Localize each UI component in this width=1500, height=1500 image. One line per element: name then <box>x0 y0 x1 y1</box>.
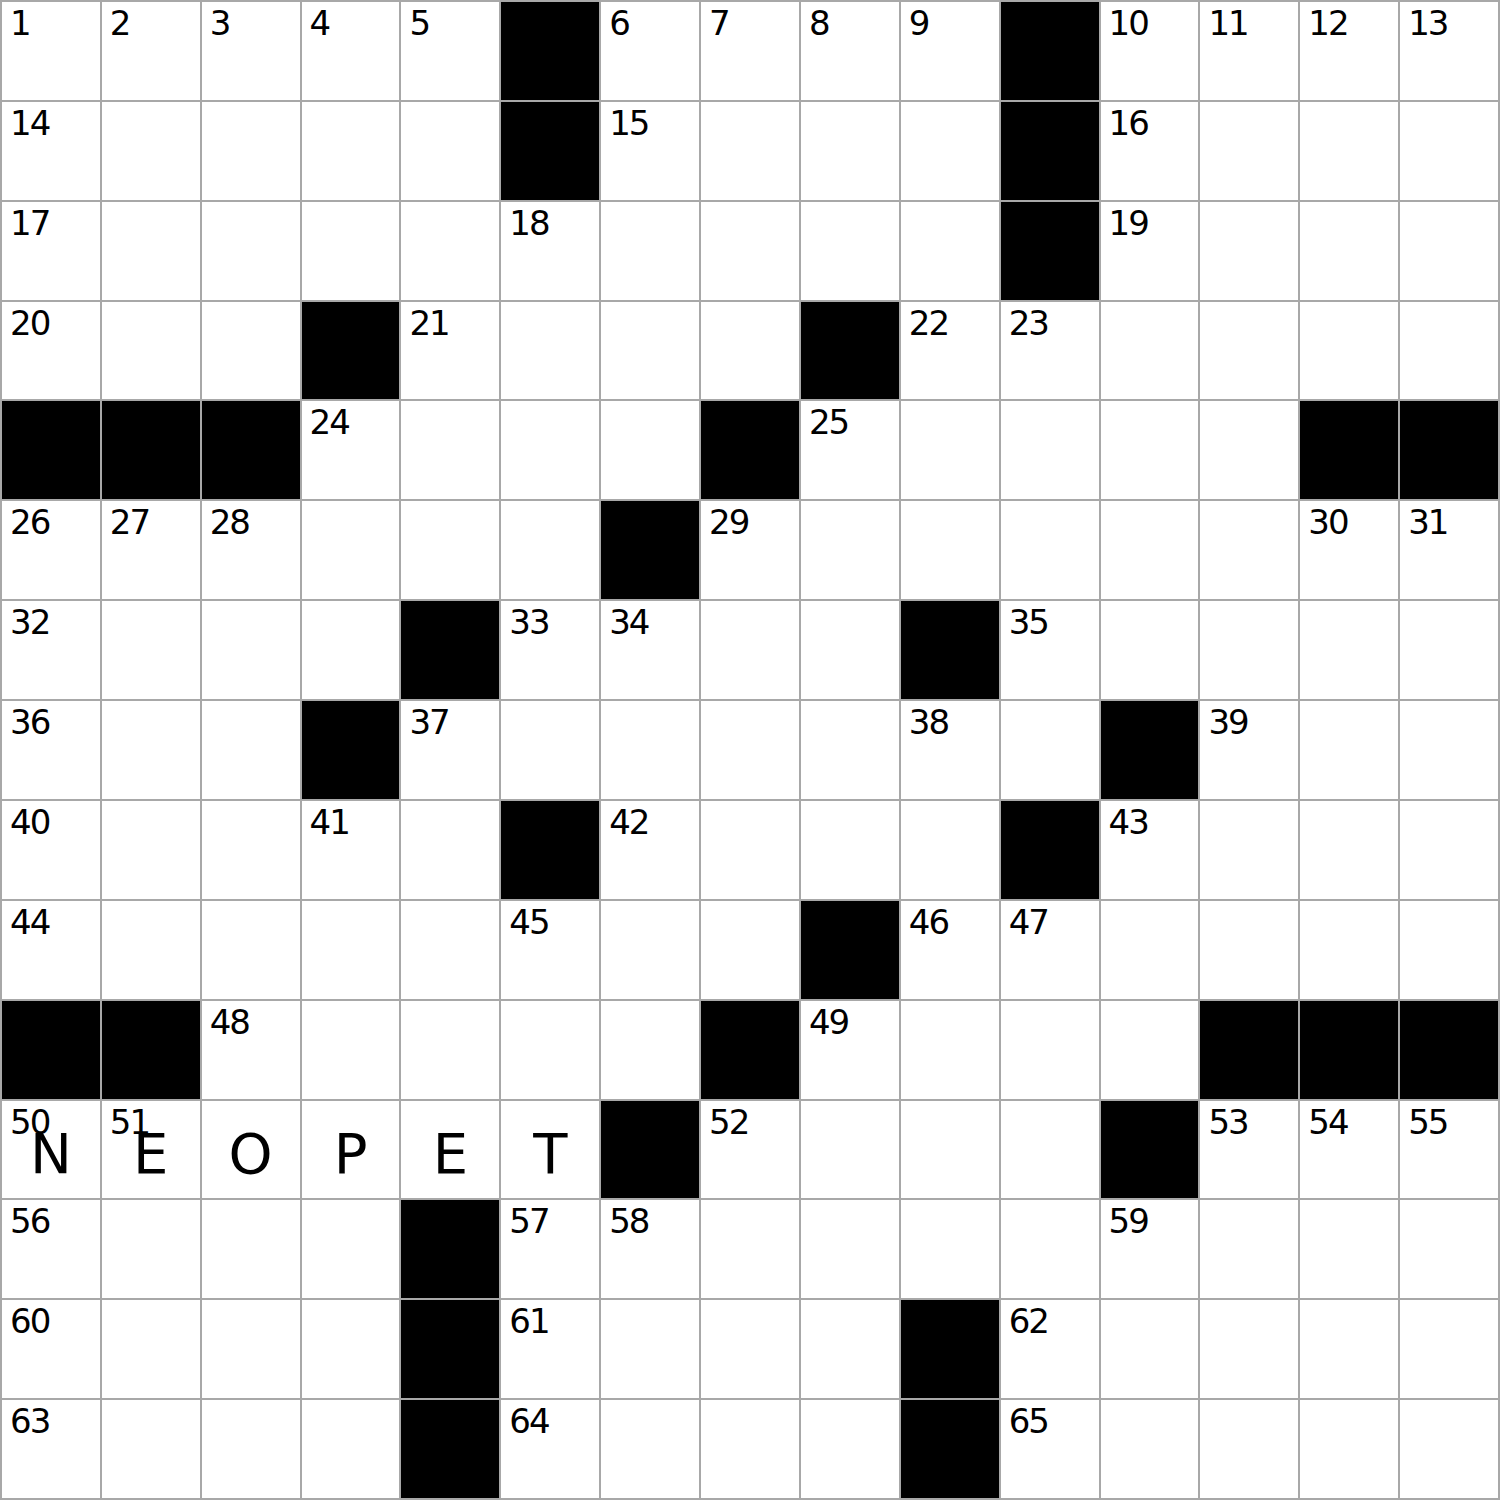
black-cell <box>901 601 999 699</box>
white-cell[interactable]: 40 <box>2 801 100 899</box>
white-cell[interactable]: 9 <box>901 2 999 100</box>
cell-letter: N <box>2 1101 100 1199</box>
white-cell[interactable] <box>1300 901 1398 999</box>
clue-number: 58 <box>609 1203 648 1240</box>
clue-number: 31 <box>1408 504 1447 541</box>
white-cell[interactable] <box>202 102 300 200</box>
black-cell <box>801 302 899 400</box>
white-cell[interactable] <box>601 701 699 799</box>
white-cell[interactable] <box>701 601 799 699</box>
black-cell <box>2 401 100 499</box>
clue-number: 28 <box>210 504 249 541</box>
white-cell[interactable] <box>401 202 499 300</box>
white-cell[interactable] <box>701 302 799 400</box>
clue-number: 17 <box>10 205 49 242</box>
clue-number: 48 <box>210 1004 249 1041</box>
clue-number: 40 <box>10 804 49 841</box>
white-cell[interactable] <box>102 701 200 799</box>
clue-number: 30 <box>1308 504 1347 541</box>
black-cell <box>401 1300 499 1398</box>
white-cell[interactable] <box>1400 1300 1498 1398</box>
white-cell[interactable]: 23 <box>1001 302 1099 400</box>
white-cell[interactable] <box>1001 1101 1099 1199</box>
white-cell[interactable]: 41 <box>302 801 400 899</box>
white-cell[interactable] <box>401 801 499 899</box>
white-cell[interactable] <box>1300 102 1398 200</box>
white-cell[interactable] <box>701 1300 799 1398</box>
clue-number: 8 <box>809 5 829 42</box>
white-cell[interactable]: 33 <box>501 601 599 699</box>
black-cell <box>901 1300 999 1398</box>
white-cell[interactable]: 42 <box>601 801 699 899</box>
white-cell[interactable]: 15 <box>601 102 699 200</box>
white-cell[interactable]: 12 <box>1300 2 1398 100</box>
white-cell[interactable] <box>1200 102 1298 200</box>
clue-number: 24 <box>310 404 349 441</box>
white-cell[interactable]: 50N <box>2 1101 100 1199</box>
black-cell <box>601 1101 699 1199</box>
white-cell[interactable]: O <box>202 1101 300 1199</box>
black-cell <box>701 401 799 499</box>
clue-number: 27 <box>110 504 149 541</box>
white-cell[interactable]: 38 <box>901 701 999 799</box>
black-cell <box>1001 2 1099 100</box>
white-cell[interactable]: 52 <box>701 1101 799 1199</box>
white-cell[interactable]: 29 <box>701 501 799 599</box>
clue-number: 2 <box>110 5 130 42</box>
clue-number: 49 <box>809 1004 848 1041</box>
white-cell[interactable] <box>601 202 699 300</box>
white-cell[interactable] <box>1300 1400 1398 1498</box>
clue-number: 38 <box>909 704 948 741</box>
crossword-grid: 1234567891011121314151617181920212223242… <box>0 0 1500 1500</box>
clue-number: 20 <box>10 305 49 342</box>
white-cell[interactable] <box>601 401 699 499</box>
white-cell[interactable]: 8 <box>801 2 899 100</box>
cell-letter: T <box>501 1101 599 1199</box>
white-cell[interactable]: 24 <box>302 401 400 499</box>
clue-number: 46 <box>909 904 948 941</box>
white-cell[interactable]: 27 <box>102 501 200 599</box>
white-cell[interactable] <box>302 1400 400 1498</box>
white-cell[interactable] <box>102 1300 200 1398</box>
white-cell[interactable] <box>701 701 799 799</box>
black-cell <box>1101 1101 1199 1199</box>
white-cell[interactable] <box>102 601 200 699</box>
black-cell <box>801 901 899 999</box>
white-cell[interactable] <box>801 1200 899 1298</box>
cell-letter: E <box>102 1101 200 1199</box>
white-cell[interactable] <box>1400 601 1498 699</box>
white-cell[interactable] <box>801 601 899 699</box>
white-cell[interactable] <box>901 1001 999 1099</box>
black-cell <box>202 401 300 499</box>
clue-number: 34 <box>609 604 648 641</box>
white-cell[interactable]: 28 <box>202 501 300 599</box>
white-cell[interactable] <box>501 501 599 599</box>
white-cell[interactable] <box>901 1200 999 1298</box>
white-cell[interactable] <box>701 901 799 999</box>
white-cell[interactable] <box>601 1400 699 1498</box>
white-cell[interactable]: 65 <box>1001 1400 1099 1498</box>
white-cell[interactable] <box>601 1300 699 1398</box>
white-cell[interactable] <box>202 601 300 699</box>
white-cell[interactable] <box>601 302 699 400</box>
clue-number: 26 <box>10 504 49 541</box>
clue-number: 39 <box>1208 704 1247 741</box>
white-cell[interactable] <box>302 1001 400 1099</box>
white-cell[interactable] <box>1001 701 1099 799</box>
white-cell[interactable]: 31 <box>1400 501 1498 599</box>
clue-number: 52 <box>709 1104 748 1141</box>
white-cell[interactable] <box>401 1001 499 1099</box>
white-cell[interactable] <box>102 901 200 999</box>
black-cell <box>501 801 599 899</box>
white-cell[interactable] <box>1300 202 1398 300</box>
white-cell[interactable] <box>102 302 200 400</box>
black-cell <box>401 1200 499 1298</box>
white-cell[interactable] <box>1400 901 1498 999</box>
white-cell[interactable]: 17 <box>2 202 100 300</box>
white-cell[interactable]: 51E <box>102 1101 200 1199</box>
clue-number: 12 <box>1308 5 1347 42</box>
white-cell[interactable] <box>1001 401 1099 499</box>
white-cell[interactable] <box>102 1400 200 1498</box>
clue-number: 21 <box>409 305 448 342</box>
black-cell <box>1001 801 1099 899</box>
clue-number: 63 <box>10 1403 49 1440</box>
black-cell <box>302 701 400 799</box>
clue-number: 55 <box>1408 1104 1447 1141</box>
white-cell[interactable] <box>102 102 200 200</box>
white-cell[interactable] <box>601 1001 699 1099</box>
cell-letter: P <box>302 1101 400 1199</box>
clue-number: 18 <box>509 205 548 242</box>
white-cell[interactable] <box>1400 701 1498 799</box>
white-cell[interactable] <box>202 701 300 799</box>
white-cell[interactable] <box>1300 801 1398 899</box>
white-cell[interactable] <box>102 202 200 300</box>
black-cell <box>2 1001 100 1099</box>
clue-number: 37 <box>409 704 448 741</box>
clue-number: 23 <box>1009 305 1048 342</box>
clue-number: 11 <box>1208 5 1247 42</box>
clue-number: 29 <box>709 504 748 541</box>
white-cell[interactable] <box>1300 701 1398 799</box>
white-cell[interactable] <box>801 501 899 599</box>
clue-number: 42 <box>609 804 648 841</box>
white-cell[interactable] <box>701 1400 799 1498</box>
black-cell <box>1300 401 1398 499</box>
white-cell[interactable] <box>1400 801 1498 899</box>
black-cell <box>401 1400 499 1498</box>
white-cell[interactable] <box>901 801 999 899</box>
black-cell <box>1001 202 1099 300</box>
white-cell[interactable]: 48 <box>202 1001 300 1099</box>
white-cell[interactable]: 43 <box>1101 801 1199 899</box>
white-cell[interactable] <box>1400 1200 1498 1298</box>
clue-number: 9 <box>909 5 929 42</box>
clue-number: 4 <box>310 5 330 42</box>
white-cell[interactable] <box>1101 601 1199 699</box>
white-cell[interactable]: 2 <box>102 2 200 100</box>
white-cell[interactable] <box>202 1200 300 1298</box>
white-cell[interactable]: 25 <box>801 401 899 499</box>
black-cell <box>102 401 200 499</box>
white-cell[interactable] <box>1400 302 1498 400</box>
white-cell[interactable]: 64 <box>501 1400 599 1498</box>
white-cell[interactable] <box>302 601 400 699</box>
white-cell[interactable] <box>801 801 899 899</box>
white-cell[interactable] <box>401 102 499 200</box>
white-cell[interactable] <box>302 1300 400 1398</box>
white-cell[interactable]: 11 <box>1200 2 1298 100</box>
white-cell[interactable]: 14 <box>2 102 100 200</box>
white-cell[interactable]: 30 <box>1300 501 1398 599</box>
white-cell[interactable]: 46 <box>901 901 999 999</box>
white-cell[interactable]: 54 <box>1300 1101 1398 1199</box>
clue-number: 64 <box>509 1403 548 1440</box>
white-cell[interactable] <box>302 901 400 999</box>
white-cell[interactable] <box>1101 501 1199 599</box>
white-cell[interactable]: 4 <box>302 2 400 100</box>
clue-number: 10 <box>1109 5 1148 42</box>
white-cell[interactable]: 32 <box>2 601 100 699</box>
white-cell[interactable]: 60 <box>2 1300 100 1398</box>
white-cell[interactable]: 58 <box>601 1200 699 1298</box>
white-cell[interactable]: 61 <box>501 1300 599 1398</box>
clue-number: 6 <box>609 5 629 42</box>
white-cell[interactable] <box>1001 1001 1099 1099</box>
white-cell[interactable] <box>1400 102 1498 200</box>
white-cell[interactable] <box>1101 401 1199 499</box>
white-cell[interactable] <box>1200 901 1298 999</box>
white-cell[interactable]: 45 <box>501 901 599 999</box>
white-cell[interactable] <box>102 1200 200 1298</box>
clue-number: 25 <box>809 404 848 441</box>
white-cell[interactable] <box>1200 202 1298 300</box>
black-cell <box>701 1001 799 1099</box>
clue-number: 5 <box>409 5 429 42</box>
white-cell[interactable] <box>1101 1400 1199 1498</box>
white-cell[interactable] <box>1300 1300 1398 1398</box>
white-cell[interactable]: 6 <box>601 2 699 100</box>
white-cell[interactable]: 47 <box>1001 901 1099 999</box>
clue-number: 44 <box>10 904 49 941</box>
clue-number: 1 <box>10 5 30 42</box>
white-cell[interactable] <box>1200 1200 1298 1298</box>
clue-number: 61 <box>509 1303 548 1340</box>
white-cell[interactable] <box>901 401 999 499</box>
white-cell[interactable] <box>701 1200 799 1298</box>
white-cell[interactable] <box>601 901 699 999</box>
white-cell[interactable] <box>202 1400 300 1498</box>
white-cell[interactable]: 26 <box>2 501 100 599</box>
white-cell[interactable] <box>202 202 300 300</box>
white-cell[interactable] <box>701 202 799 300</box>
white-cell[interactable] <box>302 202 400 300</box>
black-cell <box>1300 1001 1398 1099</box>
clue-number: 36 <box>10 704 49 741</box>
white-cell[interactable] <box>202 801 300 899</box>
white-cell[interactable] <box>501 302 599 400</box>
white-cell[interactable]: 13 <box>1400 2 1498 100</box>
clue-number: 54 <box>1308 1104 1347 1141</box>
clue-number: 3 <box>210 5 230 42</box>
white-cell[interactable]: 37 <box>401 701 499 799</box>
clue-number: 22 <box>909 305 948 342</box>
white-cell[interactable]: 39 <box>1200 701 1298 799</box>
white-cell[interactable] <box>901 202 999 300</box>
white-cell[interactable]: 18 <box>501 202 599 300</box>
white-cell[interactable]: 34 <box>601 601 699 699</box>
white-cell[interactable] <box>1200 501 1298 599</box>
white-cell[interactable]: 49 <box>801 1001 899 1099</box>
white-cell[interactable] <box>801 102 899 200</box>
white-cell[interactable] <box>1001 1200 1099 1298</box>
white-cell[interactable] <box>1400 1400 1498 1498</box>
clue-number: 43 <box>1109 804 1148 841</box>
white-cell[interactable] <box>1101 901 1199 999</box>
white-cell[interactable]: 21 <box>401 302 499 400</box>
white-cell[interactable] <box>401 901 499 999</box>
clue-number: 59 <box>1109 1203 1148 1240</box>
white-cell[interactable] <box>1101 302 1199 400</box>
clue-number: 60 <box>10 1303 49 1340</box>
white-cell[interactable]: T <box>501 1101 599 1199</box>
cell-letter: E <box>401 1101 499 1199</box>
white-cell[interactable] <box>1300 601 1398 699</box>
clue-number: 45 <box>509 904 548 941</box>
white-cell[interactable] <box>202 302 300 400</box>
clue-number: 62 <box>1009 1303 1048 1340</box>
cell-letter: O <box>202 1101 300 1199</box>
clue-number: 41 <box>310 804 349 841</box>
white-cell[interactable] <box>801 202 899 300</box>
white-cell[interactable] <box>1101 1300 1199 1398</box>
white-cell[interactable]: 59 <box>1101 1200 1199 1298</box>
white-cell[interactable] <box>1400 202 1498 300</box>
clue-number: 13 <box>1408 5 1447 42</box>
white-cell[interactable] <box>801 1101 899 1199</box>
clue-number: 7 <box>709 5 729 42</box>
white-cell[interactable] <box>1200 401 1298 499</box>
white-cell[interactable]: 16 <box>1101 102 1199 200</box>
white-cell[interactable] <box>302 1200 400 1298</box>
white-cell[interactable]: 22 <box>901 302 999 400</box>
white-cell[interactable] <box>1101 1001 1199 1099</box>
black-cell <box>1001 102 1099 200</box>
white-cell[interactable] <box>202 1300 300 1398</box>
white-cell[interactable]: 57 <box>501 1200 599 1298</box>
white-cell[interactable]: 7 <box>701 2 799 100</box>
white-cell[interactable]: 55 <box>1400 1101 1498 1199</box>
white-cell[interactable] <box>401 401 499 499</box>
black-cell <box>501 2 599 100</box>
white-cell[interactable]: 53 <box>1200 1101 1298 1199</box>
white-cell[interactable] <box>501 701 599 799</box>
white-cell[interactable]: 20 <box>2 302 100 400</box>
white-cell[interactable] <box>1200 1400 1298 1498</box>
white-cell[interactable]: 19 <box>1101 202 1199 300</box>
black-cell <box>1400 1001 1498 1099</box>
white-cell[interactable]: 35 <box>1001 601 1099 699</box>
clue-number: 65 <box>1009 1403 1048 1440</box>
black-cell <box>1200 1001 1298 1099</box>
white-cell[interactable] <box>1200 302 1298 400</box>
black-cell <box>901 1400 999 1498</box>
black-cell <box>302 302 400 400</box>
white-cell[interactable]: 10 <box>1101 2 1199 100</box>
clue-number: 33 <box>509 604 548 641</box>
white-cell[interactable]: 63 <box>2 1400 100 1498</box>
clue-number: 57 <box>509 1203 548 1240</box>
white-cell[interactable] <box>1001 501 1099 599</box>
clue-number: 53 <box>1208 1104 1247 1141</box>
black-cell <box>401 601 499 699</box>
white-cell[interactable]: 5 <box>401 2 499 100</box>
clue-number: 56 <box>10 1203 49 1240</box>
black-cell <box>501 102 599 200</box>
white-cell[interactable] <box>1200 801 1298 899</box>
white-cell[interactable]: 62 <box>1001 1300 1099 1398</box>
white-cell[interactable] <box>901 102 999 200</box>
clue-number: 32 <box>10 604 49 641</box>
white-cell[interactable]: 36 <box>2 701 100 799</box>
clue-number: 15 <box>609 105 648 142</box>
white-cell[interactable] <box>801 1400 899 1498</box>
white-cell[interactable] <box>801 1300 899 1398</box>
black-cell <box>1400 401 1498 499</box>
white-cell[interactable] <box>501 401 599 499</box>
white-cell[interactable] <box>901 501 999 599</box>
white-cell[interactable] <box>1300 302 1398 400</box>
white-cell[interactable]: P <box>302 1101 400 1199</box>
clue-number: 14 <box>10 105 49 142</box>
white-cell[interactable] <box>801 701 899 799</box>
white-cell[interactable] <box>202 901 300 999</box>
white-cell[interactable]: 56 <box>2 1200 100 1298</box>
black-cell <box>1101 701 1199 799</box>
clue-number: 47 <box>1009 904 1048 941</box>
white-cell[interactable] <box>302 102 400 200</box>
clue-number: 35 <box>1009 604 1048 641</box>
white-cell[interactable] <box>1200 601 1298 699</box>
white-cell[interactable] <box>302 501 400 599</box>
white-cell[interactable]: 1 <box>2 2 100 100</box>
white-cell[interactable] <box>401 501 499 599</box>
black-cell <box>102 1001 200 1099</box>
white-cell[interactable] <box>701 801 799 899</box>
white-cell[interactable] <box>102 801 200 899</box>
white-cell[interactable] <box>901 1101 999 1199</box>
white-cell[interactable] <box>501 1001 599 1099</box>
clue-number: 16 <box>1109 105 1148 142</box>
white-cell[interactable]: 44 <box>2 901 100 999</box>
white-cell[interactable] <box>1300 1200 1398 1298</box>
white-cell[interactable]: E <box>401 1101 499 1199</box>
white-cell[interactable]: 3 <box>202 2 300 100</box>
clue-number: 19 <box>1109 205 1148 242</box>
white-cell[interactable] <box>1200 1300 1298 1398</box>
white-cell[interactable] <box>701 102 799 200</box>
black-cell <box>601 501 699 599</box>
